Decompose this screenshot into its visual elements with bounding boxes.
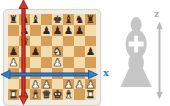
white-rook: ♜ [9, 89, 18, 100]
white-pawn: ♟ [9, 57, 18, 68]
square-h5: ♟ [85, 46, 96, 57]
black-queen: ♛ [20, 36, 29, 47]
black-pawn: ♟ [64, 25, 73, 36]
square-e1: ♚ [52, 89, 63, 100]
square-g5 [74, 46, 85, 57]
square-g4 [74, 57, 85, 68]
square-e4: ♟ [52, 57, 63, 68]
black-pawn: ♟ [31, 46, 40, 57]
square-e3 [52, 68, 63, 79]
black-pawn: ♟ [86, 46, 95, 57]
white-king: ♚ [53, 89, 62, 100]
white-bishop: ♝ [64, 89, 73, 100]
bishop-silhouette-icon: ♝ [114, 4, 159, 104]
white-knight: ♞ [20, 89, 29, 100]
white-rook: ♜ [86, 89, 95, 100]
white-pawn: ♟ [53, 57, 62, 68]
white-queen: ♛ [42, 89, 51, 100]
y-axis-arrowhead-up [19, 0, 28, 9]
square-e7: ♟ [52, 25, 63, 36]
black-pawn: ♟ [20, 25, 29, 36]
black-pawn: ♟ [53, 25, 62, 36]
black-pawn: ♟ [42, 25, 51, 36]
square-g7: ♟ [74, 25, 85, 36]
square-d7: ♟ [41, 25, 52, 36]
square-b7: ♟ [19, 25, 30, 36]
square-b3 [19, 68, 30, 79]
square-c4 [30, 57, 41, 68]
square-d5 [41, 46, 52, 57]
black-bishop: ♝ [31, 14, 40, 25]
square-a8: ♜ [8, 14, 19, 25]
square-a1: ♜ [8, 89, 19, 100]
square-d1: ♛ [41, 89, 52, 100]
square-g6 [74, 36, 85, 47]
black-rook: ♜ [86, 14, 95, 25]
square-g2: ♟ [74, 79, 85, 90]
square-a7 [8, 25, 19, 36]
square-f6 [63, 36, 74, 47]
square-b6: ♛ [19, 36, 30, 47]
square-a4: ♟ [8, 57, 19, 68]
square-f5 [63, 46, 74, 57]
chess-axes-figure: ♜♞♝♚♝♞♜♟♟♟♟♟♛♟♟♞♟♟♟♟♟♟♟♟♜♞♝♛♚♝♜ x z ♝ [0, 0, 170, 106]
square-c8: ♝ [30, 14, 41, 25]
square-c7 [30, 25, 41, 36]
square-h8: ♜ [85, 14, 96, 25]
square-a3 [8, 68, 19, 79]
square-f7: ♟ [63, 25, 74, 36]
square-b1: ♞ [19, 89, 30, 100]
square-c1: ♝ [30, 89, 41, 100]
square-b4 [19, 57, 30, 68]
square-f1: ♝ [63, 89, 74, 100]
square-h3 [85, 68, 96, 79]
square-g1 [74, 89, 85, 100]
square-f4 [63, 57, 74, 68]
white-bishop: ♝ [31, 89, 40, 100]
square-g3 [74, 68, 85, 79]
square-f3 [63, 68, 74, 79]
square-c3 [30, 68, 41, 79]
black-rook: ♜ [9, 14, 18, 25]
chess-board: ♜♞♝♚♝♞♜♟♟♟♟♟♛♟♟♞♟♟♟♟♟♟♟♟♜♞♝♛♚♝♜ [8, 14, 96, 100]
square-h4 [85, 57, 96, 68]
black-pawn: ♟ [75, 25, 84, 36]
square-d4 [41, 57, 52, 68]
square-h1: ♜ [85, 89, 96, 100]
square-d3 [41, 68, 52, 79]
white-pawn: ♟ [75, 79, 84, 90]
square-d6 [41, 36, 52, 47]
square-h7 [85, 25, 96, 36]
square-c5: ♟ [30, 46, 41, 57]
square-b5 [19, 46, 30, 57]
